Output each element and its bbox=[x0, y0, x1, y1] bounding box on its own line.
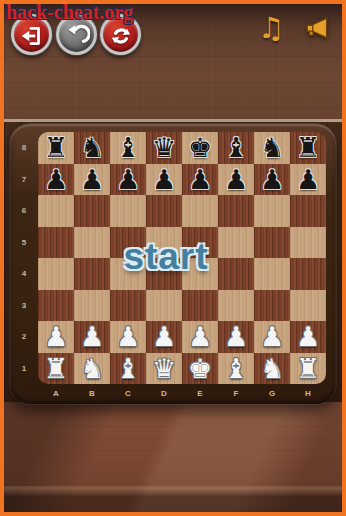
rank-label-8: 8 bbox=[10, 132, 38, 164]
square-f8[interactable]: ♝ bbox=[218, 132, 254, 164]
rank-label-6: 6 bbox=[10, 195, 38, 227]
file-label-f: F bbox=[218, 386, 254, 400]
black-pawn: ♟ bbox=[182, 164, 218, 195]
square-b6[interactable] bbox=[74, 195, 110, 227]
square-g1[interactable]: ♞ bbox=[254, 353, 290, 385]
white-pawn: ♟ bbox=[182, 321, 218, 352]
exit-arrow-icon bbox=[14, 23, 49, 49]
music-icon[interactable]: ♫ bbox=[258, 12, 284, 44]
square-g8[interactable]: ♞ bbox=[254, 132, 290, 164]
white-king: ♚ bbox=[182, 353, 218, 384]
white-bishop: ♝ bbox=[110, 353, 146, 384]
black-king: ♚ bbox=[182, 132, 218, 163]
square-d2[interactable]: ♟ bbox=[146, 321, 182, 353]
square-e6[interactable] bbox=[182, 195, 218, 227]
app-screen: hack-cheat.org ♫ bbox=[0, 0, 346, 516]
rank-label-7: 7 bbox=[10, 164, 38, 196]
white-pawn: ♟ bbox=[38, 321, 74, 352]
black-knight: ♞ bbox=[74, 132, 110, 163]
square-e2[interactable]: ♟ bbox=[182, 321, 218, 353]
black-pawn: ♟ bbox=[38, 164, 74, 195]
background-floor bbox=[4, 402, 342, 512]
square-b2[interactable]: ♟ bbox=[74, 321, 110, 353]
rank-label-2: 2 bbox=[10, 321, 38, 353]
watermark: hack-cheat.org bbox=[6, 1, 133, 24]
square-h7[interactable]: ♟ bbox=[290, 164, 326, 196]
square-g6[interactable] bbox=[254, 195, 290, 227]
square-a6[interactable] bbox=[38, 195, 74, 227]
black-pawn: ♟ bbox=[218, 164, 254, 195]
white-queen: ♛ bbox=[146, 353, 182, 384]
sound-megaphone-icon[interactable] bbox=[304, 16, 332, 44]
square-d7[interactable]: ♟ bbox=[146, 164, 182, 196]
white-pawn: ♟ bbox=[146, 321, 182, 352]
square-h2[interactable]: ♟ bbox=[290, 321, 326, 353]
black-knight: ♞ bbox=[254, 132, 290, 163]
square-h1[interactable]: ♜ bbox=[290, 353, 326, 385]
square-a3[interactable] bbox=[38, 290, 74, 322]
black-bishop: ♝ bbox=[218, 132, 254, 163]
square-h8[interactable]: ♜ bbox=[290, 132, 326, 164]
square-d8[interactable]: ♛ bbox=[146, 132, 182, 164]
black-pawn: ♟ bbox=[146, 164, 182, 195]
square-b8[interactable]: ♞ bbox=[74, 132, 110, 164]
square-e8[interactable]: ♚ bbox=[182, 132, 218, 164]
white-knight: ♞ bbox=[254, 353, 290, 384]
black-pawn: ♟ bbox=[74, 164, 110, 195]
square-a1[interactable]: ♜ bbox=[38, 353, 74, 385]
white-pawn: ♟ bbox=[110, 321, 146, 352]
square-c1[interactable]: ♝ bbox=[110, 353, 146, 385]
square-d1[interactable]: ♛ bbox=[146, 353, 182, 385]
file-label-h: H bbox=[290, 386, 326, 400]
white-pawn: ♟ bbox=[254, 321, 290, 352]
chess-board: 87654321 ♜♞♝♛♚♝♞♜♟♟♟♟♟♟♟♟♟♟♟♟♟♟♟♟♜♞♝♛♚♝♞… bbox=[10, 124, 336, 404]
square-h6[interactable] bbox=[290, 195, 326, 227]
rank-label-3: 3 bbox=[10, 290, 38, 322]
square-h3[interactable] bbox=[290, 290, 326, 322]
square-f2[interactable]: ♟ bbox=[218, 321, 254, 353]
black-pawn: ♟ bbox=[254, 164, 290, 195]
file-label-e: E bbox=[182, 386, 218, 400]
undo-arrow-icon bbox=[59, 23, 94, 49]
square-b1[interactable]: ♞ bbox=[74, 353, 110, 385]
square-b3[interactable] bbox=[74, 290, 110, 322]
file-label-b: B bbox=[74, 386, 110, 400]
file-labels: ABCDEFGH bbox=[38, 386, 326, 400]
square-f1[interactable]: ♝ bbox=[218, 353, 254, 385]
square-e1[interactable]: ♚ bbox=[182, 353, 218, 385]
square-a2[interactable]: ♟ bbox=[38, 321, 74, 353]
refresh-arrows-icon bbox=[103, 23, 138, 49]
black-bishop: ♝ bbox=[110, 132, 146, 163]
black-pawn: ♟ bbox=[290, 164, 326, 195]
square-c2[interactable]: ♟ bbox=[110, 321, 146, 353]
square-f3[interactable] bbox=[218, 290, 254, 322]
square-e7[interactable]: ♟ bbox=[182, 164, 218, 196]
file-label-d: D bbox=[146, 386, 182, 400]
white-rook: ♜ bbox=[290, 353, 326, 384]
square-e3[interactable] bbox=[182, 290, 218, 322]
square-f7[interactable]: ♟ bbox=[218, 164, 254, 196]
white-pawn: ♟ bbox=[290, 321, 326, 352]
file-label-c: C bbox=[110, 386, 146, 400]
black-queen: ♛ bbox=[146, 132, 182, 163]
white-pawn: ♟ bbox=[218, 321, 254, 352]
white-knight: ♞ bbox=[74, 353, 110, 384]
black-rook: ♜ bbox=[38, 132, 74, 163]
white-rook: ♜ bbox=[38, 353, 74, 384]
square-f6[interactable] bbox=[218, 195, 254, 227]
square-c8[interactable]: ♝ bbox=[110, 132, 146, 164]
start-label[interactable]: start bbox=[10, 236, 322, 278]
white-bishop: ♝ bbox=[218, 353, 254, 384]
file-label-a: A bbox=[38, 386, 74, 400]
black-pawn: ♟ bbox=[110, 164, 146, 195]
square-c3[interactable] bbox=[110, 290, 146, 322]
square-a8[interactable]: ♜ bbox=[38, 132, 74, 164]
file-label-g: G bbox=[254, 386, 290, 400]
square-a7[interactable]: ♟ bbox=[38, 164, 74, 196]
square-g2[interactable]: ♟ bbox=[254, 321, 290, 353]
rank-label-1: 1 bbox=[10, 353, 38, 385]
square-b7[interactable]: ♟ bbox=[74, 164, 110, 196]
square-g3[interactable] bbox=[254, 290, 290, 322]
square-d6[interactable] bbox=[146, 195, 182, 227]
black-rook: ♜ bbox=[290, 132, 326, 163]
square-c6[interactable] bbox=[110, 195, 146, 227]
square-c7[interactable]: ♟ bbox=[110, 164, 146, 196]
white-pawn: ♟ bbox=[74, 321, 110, 352]
square-d3[interactable] bbox=[146, 290, 182, 322]
square-g7[interactable]: ♟ bbox=[254, 164, 290, 196]
